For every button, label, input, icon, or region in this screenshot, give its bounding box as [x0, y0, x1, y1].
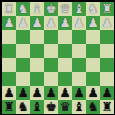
square-b3[interactable] — [86, 30, 100, 44]
white-pawn-icon[interactable]: ♟ — [101, 16, 112, 30]
square-c6[interactable] — [72, 72, 86, 86]
square-c4[interactable] — [72, 44, 86, 58]
square-d2[interactable]: ♟ — [58, 16, 72, 30]
square-a2[interactable]: ♟ — [100, 16, 114, 30]
black-rook-icon[interactable]: ♜ — [3, 100, 14, 114]
black-knight-icon[interactable]: ♞ — [87, 100, 98, 114]
white-pawn-icon[interactable]: ♟ — [59, 16, 70, 30]
square-c3[interactable] — [72, 30, 86, 44]
square-a7[interactable]: ♟ — [100, 86, 114, 100]
white-pawn-icon[interactable]: ♟ — [73, 16, 84, 30]
white-pawn-icon[interactable]: ♟ — [3, 16, 14, 30]
square-h6[interactable] — [2, 72, 16, 86]
white-rook-icon[interactable]: ♜ — [3, 2, 14, 16]
chess-board: ♜♞♝♚♛♝♞♜♟♟♟♟♟♟♟♟♟♟♟♟♟♟♟♟♜♞♝♚♛♝♞♜ — [2, 2, 114, 114]
square-g2[interactable]: ♟ — [16, 16, 30, 30]
black-rook-icon[interactable]: ♜ — [101, 100, 112, 114]
square-b2[interactable]: ♟ — [86, 16, 100, 30]
square-f8[interactable]: ♝ — [30, 100, 44, 114]
square-b1[interactable]: ♞ — [86, 2, 100, 16]
square-e6[interactable] — [44, 72, 58, 86]
square-d4[interactable] — [58, 44, 72, 58]
black-knight-icon[interactable]: ♞ — [17, 100, 28, 114]
square-d7[interactable]: ♟ — [58, 86, 72, 100]
square-g5[interactable] — [16, 58, 30, 72]
square-c7[interactable]: ♟ — [72, 86, 86, 100]
square-g1[interactable]: ♞ — [16, 2, 30, 16]
black-pawn-icon[interactable]: ♟ — [3, 86, 14, 100]
black-pawn-icon[interactable]: ♟ — [45, 86, 56, 100]
white-knight-icon[interactable]: ♞ — [17, 2, 28, 16]
square-h7[interactable]: ♟ — [2, 86, 16, 100]
square-f7[interactable]: ♟ — [30, 86, 44, 100]
black-pawn-icon[interactable]: ♟ — [87, 86, 98, 100]
square-h3[interactable] — [2, 30, 16, 44]
black-pawn-icon[interactable]: ♟ — [101, 86, 112, 100]
square-a1[interactable]: ♜ — [100, 2, 114, 16]
square-g4[interactable] — [16, 44, 30, 58]
square-c1[interactable]: ♝ — [72, 2, 86, 16]
square-f4[interactable] — [30, 44, 44, 58]
square-e1[interactable]: ♚ — [44, 2, 58, 16]
white-pawn-icon[interactable]: ♟ — [87, 16, 98, 30]
square-c8[interactable]: ♝ — [72, 100, 86, 114]
square-g7[interactable]: ♟ — [16, 86, 30, 100]
white-bishop-icon[interactable]: ♝ — [73, 2, 84, 16]
square-f2[interactable]: ♟ — [30, 16, 44, 30]
square-d8[interactable]: ♛ — [58, 100, 72, 114]
black-queen-icon[interactable]: ♛ — [59, 100, 70, 114]
square-h5[interactable] — [2, 58, 16, 72]
square-b7[interactable]: ♟ — [86, 86, 100, 100]
black-king-icon[interactable]: ♚ — [45, 100, 56, 114]
black-pawn-icon[interactable]: ♟ — [31, 86, 42, 100]
white-pawn-icon[interactable]: ♟ — [45, 16, 56, 30]
white-bishop-icon[interactable]: ♝ — [31, 2, 42, 16]
square-f5[interactable] — [30, 58, 44, 72]
square-d3[interactable] — [58, 30, 72, 44]
white-king-icon[interactable]: ♚ — [45, 2, 56, 16]
square-c5[interactable] — [72, 58, 86, 72]
square-f1[interactable]: ♝ — [30, 2, 44, 16]
black-bishop-icon[interactable]: ♝ — [73, 100, 84, 114]
square-e5[interactable] — [44, 58, 58, 72]
square-d6[interactable] — [58, 72, 72, 86]
square-f6[interactable] — [30, 72, 44, 86]
square-a6[interactable] — [100, 72, 114, 86]
black-pawn-icon[interactable]: ♟ — [59, 86, 70, 100]
square-a3[interactable] — [100, 30, 114, 44]
square-e8[interactable]: ♚ — [44, 100, 58, 114]
white-pawn-icon[interactable]: ♟ — [17, 16, 28, 30]
white-rook-icon[interactable]: ♜ — [101, 2, 112, 16]
white-pawn-icon[interactable]: ♟ — [31, 16, 42, 30]
square-h1[interactable]: ♜ — [2, 2, 16, 16]
board-frame: ♜♞♝♚♛♝♞♜♟♟♟♟♟♟♟♟♟♟♟♟♟♟♟♟♜♞♝♚♛♝♞♜ — [0, 0, 115, 115]
square-d1[interactable]: ♛ — [58, 2, 72, 16]
black-pawn-icon[interactable]: ♟ — [73, 86, 84, 100]
square-g8[interactable]: ♞ — [16, 100, 30, 114]
square-e3[interactable] — [44, 30, 58, 44]
square-b4[interactable] — [86, 44, 100, 58]
square-h4[interactable] — [2, 44, 16, 58]
square-h8[interactable]: ♜ — [2, 100, 16, 114]
square-h2[interactable]: ♟ — [2, 16, 16, 30]
square-e2[interactable]: ♟ — [44, 16, 58, 30]
square-b8[interactable]: ♞ — [86, 100, 100, 114]
square-a4[interactable] — [100, 44, 114, 58]
square-e4[interactable] — [44, 44, 58, 58]
square-c2[interactable]: ♟ — [72, 16, 86, 30]
square-g6[interactable] — [16, 72, 30, 86]
square-b5[interactable] — [86, 58, 100, 72]
square-a5[interactable] — [100, 58, 114, 72]
white-knight-icon[interactable]: ♞ — [87, 2, 98, 16]
square-d5[interactable] — [58, 58, 72, 72]
square-e7[interactable]: ♟ — [44, 86, 58, 100]
square-a8[interactable]: ♜ — [100, 100, 114, 114]
square-b6[interactable] — [86, 72, 100, 86]
square-f3[interactable] — [30, 30, 44, 44]
square-g3[interactable] — [16, 30, 30, 44]
black-pawn-icon[interactable]: ♟ — [17, 86, 28, 100]
black-bishop-icon[interactable]: ♝ — [31, 100, 42, 114]
white-queen-icon[interactable]: ♛ — [59, 2, 70, 16]
